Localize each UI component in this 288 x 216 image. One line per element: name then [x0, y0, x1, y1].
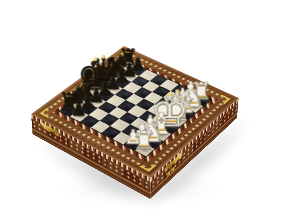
chess-board-grid: ♜♟♟♜♞♟♟♞♝♟♟♝♛♟♟♛♚♟♟♚♝♟♟♝♞♟♟♞♜♟♟♜: [60, 60, 211, 156]
square: ♜: [135, 143, 155, 156]
product-photo-canvas: ♜♟♟♜♞♟♟♞♝♟♟♝♛♟♟♛♚♟♟♚♝♟♟♝♞♟♟♞♜♟♟♜: [0, 0, 288, 216]
gold-corner-accent: [140, 160, 157, 171]
box-lid-top: ♜♟♟♜♞♟♟♞♝♟♟♝♛♟♟♛♚♟♟♚♝♟♟♝♞♟♟♞♜♟♟♜: [31, 46, 239, 178]
inlaid-wood-frame: ♜♟♟♜♞♟♟♞♝♟♟♝♛♟♟♛♚♟♟♚♝♟♟♝♞♟♟♞♜♟♟♜: [35, 48, 234, 175]
piece-black-pawn: ♟: [70, 99, 87, 118]
chess-box-set: ♜♟♟♜♞♟♟♞♝♟♟♝♛♟♟♛♚♟♟♚♝♟♟♝♞♟♟♞♜♟♟♜: [31, 46, 239, 178]
gold-corner-accent: [40, 108, 56, 118]
piece-white-rook: ♜: [133, 128, 156, 153]
